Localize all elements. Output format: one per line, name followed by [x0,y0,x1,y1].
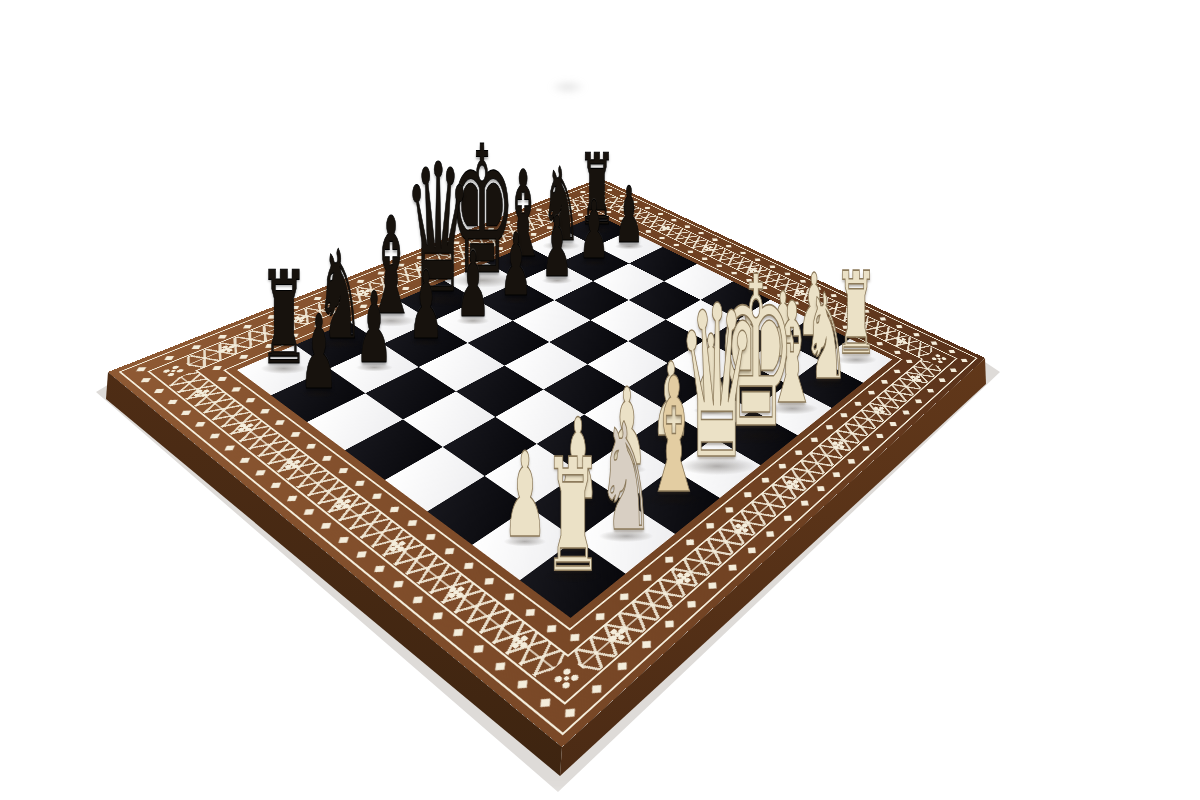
diamond-inlay-icon: ◆ [334,465,352,476]
diamond-inlay-icon: ◆ [828,469,843,479]
flower-inlay-icon [843,312,857,320]
diamond-inlay-icon: ◆ [878,378,891,386]
diamond-inlay-icon: ◆ [318,453,335,464]
diamond-inlay-icon: ◆ [761,528,778,540]
diamond-inlay-icon: ◆ [728,270,740,276]
diamond-inlay-icon: ◆ [351,547,370,561]
diamond-inlay-icon: ◆ [642,205,653,210]
flower-inlay-icon [830,439,847,451]
flower-inlay-icon [732,521,752,536]
diamond-inlay-icon: ◆ [899,408,913,417]
chess-photo-scene: ◆◆◆◆◆◆◆◆◆◆◆◆◆◆◆◆◆◆◆◆◆◆◆◆ ◆◆◆◆◆◆◆◆◆◆◆◆◆◆◆… [0,0,1200,800]
flower-inlay-icon [908,374,923,384]
diamond-inlay-icon: ◆ [388,577,408,591]
diamond-inlay-icon: ◆ [844,456,859,466]
flower-inlay-icon [592,193,605,199]
diamond-inlay-icon: ◆ [891,348,904,356]
diamond-inlay-icon: ◆ [822,422,837,431]
diamond-inlay-icon: ◆ [164,397,181,407]
diamond-inlay-icon: ◆ [723,561,741,574]
flower-inlay-icon [871,405,887,416]
diamond-inlay-icon: ◆ [668,218,679,223]
flower-inlay-icon [235,421,257,434]
flower-inlay-icon [160,365,187,376]
diamond-inlay-icon: ◆ [479,574,498,588]
diamond-inlay-icon: ◆ [236,454,254,465]
flower-inlay-icon [673,570,695,587]
flower-inlay-icon [895,337,910,346]
diamond-inlay-icon: ◆ [242,395,259,405]
diamond-inlay-icon: ◆ [221,442,239,453]
diamond-inlay-icon: ◆ [655,211,666,216]
diamond-inlay-icon: ◆ [541,621,561,636]
flower-inlay-icon [702,245,716,252]
diamond-inlay-icon: ◆ [822,315,834,322]
diamond-inlay-icon: ◆ [368,490,386,502]
diamond-inlay-icon: ◆ [421,530,439,543]
diamond-inlay-icon: ◆ [790,300,802,307]
flower-inlay-icon [469,243,484,250]
flower-inlay-icon [659,225,673,232]
diamond-inlay-icon: ◆ [791,448,806,458]
diamond-inlay-icon: ◆ [385,503,403,515]
diamond-inlay-icon: ◆ [743,544,760,557]
flower-inlay-icon [217,344,237,354]
diamond-inlay-icon: ◆ [743,277,755,283]
diamond-inlay-icon: ◆ [807,435,822,445]
diamond-inlay-icon: ◆ [858,443,873,453]
diamond-inlay-icon: ◆ [512,676,533,693]
flower-inlay-icon [444,584,468,602]
diamond-inlay-icon: ◆ [440,545,459,558]
diamond-inlay-icon: ◆ [370,562,389,576]
diamond-inlay-icon: ◆ [828,292,840,298]
diamond-inlay-icon: ◆ [713,263,725,269]
diamond-inlay-icon: ◆ [257,406,274,416]
flower-inlay-icon [793,288,807,296]
diamond-inlay-icon: ◆ [757,475,773,486]
diamond-inlay-icon: ◆ [812,285,824,291]
diamond-inlay-icon: ◆ [872,431,886,440]
diamond-inlay-icon: ◆ [559,218,571,223]
diamond-inlay-icon: ◆ [911,397,925,406]
diamond-inlay-icon: ◆ [695,230,706,235]
diamond-inlay-icon: ◆ [796,278,808,284]
diamond-inlay-icon: ◆ [603,209,614,214]
diamond-inlay-icon: ◆ [806,307,818,314]
flower-inlay-icon [554,668,580,690]
diamond-inlay-icon: ◆ [177,408,194,418]
diamond-inlay-icon: ◆ [643,229,655,235]
diamond-inlay-icon: ◆ [544,225,556,231]
diamond-inlay-icon: ◆ [302,441,319,452]
diamond-inlay-icon: ◆ [837,411,851,420]
diamond-inlay-icon: ◆ [766,264,778,270]
diamond-inlay-icon: ◆ [681,224,692,229]
diamond-inlay-icon: ◆ [408,592,428,607]
diamond-inlay-icon: ◆ [873,340,886,347]
diamond-inlay-icon: ◆ [774,292,786,299]
diamond-inlay-icon: ◆ [283,492,301,504]
diamond-inlay-icon: ◆ [351,477,369,489]
diamond-inlay-icon: ◆ [299,506,318,518]
diamond-inlay-icon: ◆ [191,419,208,429]
diamond-inlay-icon: ◆ [228,385,244,394]
diamond-inlay-icon: ◆ [739,489,755,500]
flower-inlay-icon [518,223,533,230]
diamond-inlay-icon: ◆ [851,399,865,408]
diamond-inlay-icon: ◆ [864,388,878,396]
diamond-inlay-icon: ◆ [629,222,640,227]
diamond-inlay-icon: ◆ [737,250,749,256]
diamond-inlay-icon: ◆ [468,641,488,657]
diamond-inlay-icon: ◆ [604,187,615,192]
diamond-inlay-icon: ◆ [334,533,353,546]
diamond-inlay-icon: ◆ [698,256,710,262]
diamond-inlay-icon: ◆ [758,285,770,291]
diamond-inlay-icon: ◆ [403,517,421,530]
diamond-inlay-icon: ◆ [267,479,285,491]
diamond-inlay-icon: ◆ [656,235,668,241]
diamond-inlay-icon: ◆ [206,431,223,442]
diamond-inlay-icon: ◆ [286,429,303,439]
diamond-inlay-icon: ◆ [781,271,793,277]
diamond-inlay-icon: ◆ [616,216,627,221]
diamond-inlay-icon: ◆ [701,520,718,532]
diamond-inlay-icon: ◆ [214,374,230,383]
diamond-inlay-icon: ◆ [703,579,721,593]
flower-inlay-icon [605,626,629,645]
flower-inlay-icon [386,538,409,554]
diamond-inlay-icon: ◆ [958,357,971,365]
diamond-inlay-icon: ◆ [534,694,555,712]
diamond-inlay-icon: ◆ [890,367,903,375]
diamond-inlay-icon: ◆ [271,417,288,427]
diamond-inlay-icon: ◆ [499,589,518,603]
flower-inlay-icon [282,457,304,471]
diamond-inlay-icon: ◆ [684,249,696,255]
diamond-inlay-icon: ◆ [660,553,678,566]
diamond-inlay-icon: ◆ [448,624,468,640]
diamond-inlay-icon: ◆ [924,386,937,394]
diamond-inlay-icon: ◆ [856,332,869,339]
diamond-inlay-icon: ◆ [670,242,682,248]
diamond-inlay-icon: ◆ [723,243,734,249]
diamond-inlay-icon: ◆ [779,512,795,524]
flower-inlay-icon [290,315,308,324]
diamond-inlay-icon: ◆ [520,605,539,620]
diamond-inlay-icon: ◆ [796,497,812,508]
diamond-inlay-icon: ◆ [721,504,738,516]
flower-inlay-icon [784,478,803,491]
flower-inlay-icon [355,288,372,297]
flower-inlay-icon [746,266,760,273]
flower-inlay-icon [508,633,533,652]
diamond-inlay-icon: ◆ [752,257,764,263]
flower-inlay-icon [930,354,948,363]
diamond-inlay-icon: ◆ [137,375,154,384]
diamond-inlay-icon: ◆ [839,323,852,330]
diamond-inlay-icon: ◆ [575,212,586,217]
diamond-inlay-icon: ◆ [150,386,167,396]
flower-inlay-icon [619,206,632,212]
flower-inlay-icon [415,264,431,272]
diamond-inlay-icon: ◆ [682,597,701,611]
flower-inlay-icon [332,496,355,511]
chess-board: ◆◆◆◆◆◆◆◆◆◆◆◆◆◆◆◆◆◆◆◆◆◆◆◆ ◆◆◆◆◆◆◆◆◆◆◆◆◆◆◆… [108,178,985,747]
diamond-inlay-icon: ◆ [947,366,960,374]
diamond-inlay-icon: ◆ [935,376,948,384]
flower-inlay-icon [191,387,212,399]
diamond-inlay-icon: ◆ [629,199,640,204]
diamond-inlay-icon: ◆ [490,658,511,675]
diamond-inlay-icon: ◆ [316,519,335,532]
diamond-inlay-icon: ◆ [902,357,915,365]
flower-inlay-icon [563,205,577,211]
diamond-inlay-icon: ◆ [427,608,447,623]
diamond-inlay-icon: ◆ [251,467,269,478]
diamond-inlay-icon: ◆ [813,483,829,494]
diamond-inlay-icon: ◆ [774,461,789,471]
diamond-inlay-icon: ◆ [886,419,900,428]
diamond-inlay-icon: ◆ [527,231,539,237]
diamond-inlay-icon: ◆ [459,559,478,573]
diamond-inlay-icon: ◆ [616,193,627,198]
photo-artifact [550,80,586,94]
diamond-inlay-icon: ◆ [681,536,698,549]
diamond-inlay-icon: ◆ [709,237,720,243]
